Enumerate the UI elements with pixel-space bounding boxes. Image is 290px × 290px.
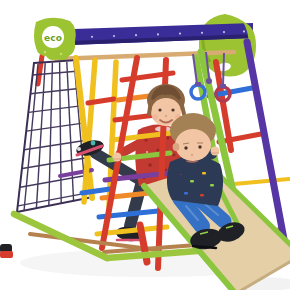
boy-eye	[184, 146, 187, 149]
girl-eye	[158, 108, 161, 111]
cropped-object	[0, 244, 13, 258]
rope-knob	[206, 78, 212, 84]
boy-face	[175, 129, 211, 161]
product-photo: eco	[0, 0, 290, 290]
boy-hand	[211, 147, 220, 156]
girl-hand	[113, 153, 122, 162]
girl-eye	[171, 108, 174, 111]
boy-ear	[173, 143, 180, 151]
eco-logo-text: eco	[44, 33, 62, 43]
boy-eye	[198, 145, 201, 148]
play-complex-scene: eco	[0, 0, 290, 290]
eco-logo-panel: eco	[34, 18, 76, 61]
ring-rope	[223, 53, 224, 86]
